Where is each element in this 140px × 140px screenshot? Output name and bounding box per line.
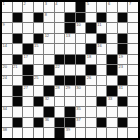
block-cell [34, 34, 44, 44]
grid-cell[interactable] [128, 65, 138, 75]
grid-cell[interactable] [2, 34, 12, 44]
grid-cell[interactable]: 4 [55, 2, 65, 12]
grid-cell[interactable] [34, 2, 44, 12]
clue-number: 36 [45, 118, 49, 122]
grid-cell[interactable] [23, 23, 33, 33]
grid-cell[interactable]: 2 [23, 2, 33, 12]
block-cell [65, 76, 75, 86]
grid-cell[interactable] [97, 65, 107, 75]
clue-number: 2 [24, 2, 26, 6]
grid-cell[interactable] [44, 44, 54, 54]
block-cell [76, 76, 86, 86]
block-cell [23, 44, 33, 54]
crossword-puzzle: 1234567891011121314151617181920212223242… [0, 0, 140, 140]
grid-cell[interactable] [55, 44, 65, 54]
grid-cell[interactable] [97, 107, 107, 117]
grid-cell[interactable] [55, 13, 65, 23]
grid-cell[interactable] [76, 128, 86, 138]
grid-cell[interactable]: 14 [2, 44, 12, 54]
block-cell [23, 76, 33, 86]
grid-cell[interactable] [128, 118, 138, 128]
block-cell [97, 97, 107, 107]
grid-cell[interactable] [107, 107, 117, 117]
block-cell [118, 13, 128, 23]
grid-cell[interactable] [128, 34, 138, 44]
grid-cell[interactable]: 13 [65, 34, 75, 44]
grid-cell[interactable] [34, 128, 44, 138]
grid-cell[interactable] [65, 44, 75, 54]
grid-cell[interactable]: 17 [23, 55, 33, 65]
block-cell [107, 86, 117, 96]
block-cell [97, 34, 107, 44]
grid-cell[interactable]: 5 [86, 2, 96, 12]
block-cell [65, 13, 75, 23]
grid-cell[interactable] [97, 55, 107, 65]
grid-cell[interactable]: 32 [44, 97, 54, 107]
grid-cell[interactable] [76, 97, 86, 107]
block-cell [86, 65, 96, 75]
clue-number: 19 [118, 55, 122, 59]
grid-cell[interactable] [107, 13, 117, 23]
grid-cell[interactable]: 8 [44, 13, 54, 23]
clue-number: 1 [3, 2, 5, 6]
clue-number: 20 [3, 65, 7, 69]
grid-cell[interactable] [34, 55, 44, 65]
block-cell [118, 44, 128, 54]
block-cell [13, 118, 23, 128]
clue-number: 28 [55, 86, 59, 90]
block-cell [76, 13, 86, 23]
grid-cell[interactable] [34, 65, 44, 75]
grid-cell[interactable] [44, 23, 54, 33]
grid-cell[interactable]: 36 [44, 118, 54, 128]
grid-cell[interactable] [2, 97, 12, 107]
grid-cell[interactable] [23, 128, 33, 138]
block-cell [55, 76, 65, 86]
block-cell [13, 55, 23, 65]
grid-cell[interactable] [2, 86, 12, 96]
block-cell [86, 44, 96, 54]
block-cell [55, 128, 65, 138]
grid-cell[interactable]: 27 [23, 86, 33, 96]
clue-number: 14 [3, 44, 7, 48]
block-cell [118, 34, 128, 44]
grid-cell[interactable]: 19 [118, 55, 128, 65]
clue-number: 38 [3, 128, 7, 132]
clue-number: 32 [45, 97, 49, 101]
clue-number: 33 [108, 97, 112, 101]
grid-cell[interactable] [128, 23, 138, 33]
grid-cell[interactable]: 29 [65, 86, 75, 96]
clue-number: 25 [34, 76, 38, 80]
grid-cell[interactable] [107, 76, 117, 86]
grid-cell[interactable]: 30 [76, 86, 86, 96]
clue-number: 16 [97, 44, 101, 48]
grid-cell[interactable]: 24 [2, 76, 12, 86]
grid-cell[interactable]: 22 [55, 65, 65, 75]
block-cell [107, 65, 117, 75]
block-cell [65, 118, 75, 128]
block-cell [34, 118, 44, 128]
grid-cell[interactable]: 26 [86, 76, 96, 86]
grid-cell[interactable] [2, 55, 12, 65]
grid-cell[interactable] [107, 34, 117, 44]
grid-cell[interactable] [76, 65, 86, 75]
grid-cell[interactable] [107, 118, 117, 128]
grid-cell[interactable]: 33 [107, 97, 117, 107]
grid-cell[interactable] [97, 76, 107, 86]
grid-cell[interactable]: 31 [118, 86, 128, 96]
grid-cell[interactable] [44, 55, 54, 65]
grid-cell[interactable] [107, 44, 117, 54]
grid-cell[interactable] [86, 107, 96, 117]
grid-cell[interactable]: 37 [76, 118, 86, 128]
grid-cell[interactable]: 7 [128, 2, 138, 12]
clue-number: 26 [87, 76, 91, 80]
block-cell [34, 13, 44, 23]
grid-cell[interactable] [86, 34, 96, 44]
block-cell [65, 55, 75, 65]
grid-cell[interactable] [97, 86, 107, 96]
block-cell [55, 118, 65, 128]
block-cell [86, 23, 96, 33]
grid-cell[interactable] [76, 44, 86, 54]
grid-cell[interactable]: 16 [97, 44, 107, 54]
grid-cell[interactable]: 11 [97, 23, 107, 33]
grid-cell[interactable] [118, 128, 128, 138]
grid-cell[interactable] [34, 86, 44, 96]
clue-number: 30 [76, 86, 80, 90]
grid-cell[interactable] [128, 97, 138, 107]
clue-number: 21 [13, 65, 17, 69]
grid-cell[interactable]: 25 [34, 76, 44, 86]
grid-cell[interactable] [128, 13, 138, 23]
clue-number: 35 [76, 107, 80, 111]
grid-cell[interactable]: 12 [44, 34, 54, 44]
block-cell [13, 13, 23, 23]
grid-cell[interactable] [13, 44, 23, 54]
grid-cell[interactable]: 23 [118, 65, 128, 75]
grid-cell[interactable] [86, 13, 96, 23]
grid-cell[interactable]: 15 [34, 44, 44, 54]
block-cell [44, 107, 54, 117]
grid-cell[interactable]: 39 [65, 128, 75, 138]
block-cell [13, 86, 23, 96]
clue-number: 4 [55, 2, 57, 6]
grid-cell[interactable]: 20 [2, 65, 12, 75]
block-cell [76, 2, 86, 12]
block-cell [118, 76, 128, 86]
grid-cell[interactable] [23, 34, 33, 44]
grid-cell[interactable] [118, 23, 128, 33]
grid-cell[interactable]: 18 [86, 55, 96, 65]
grid-cell[interactable]: 3 [44, 2, 54, 12]
clue-number: 6 [108, 2, 110, 6]
clue-number: 9 [3, 23, 5, 27]
block-cell [76, 55, 86, 65]
grid-cell[interactable] [23, 97, 33, 107]
clue-number: 5 [87, 2, 89, 6]
clue-number: 11 [97, 23, 101, 27]
block-cell [13, 97, 23, 107]
grid-cell[interactable] [55, 34, 65, 44]
block-cell [107, 55, 117, 65]
grid-cell[interactable] [13, 76, 23, 86]
grid-cell[interactable] [44, 128, 54, 138]
grid-cell[interactable] [86, 128, 96, 138]
clue-number: 18 [87, 55, 91, 59]
grid-cell[interactable] [97, 128, 107, 138]
grid-cell[interactable] [65, 2, 75, 12]
grid-cell[interactable] [86, 97, 96, 107]
grid-cell[interactable] [86, 118, 96, 128]
block-cell [13, 34, 23, 44]
grid-cell[interactable] [107, 128, 117, 138]
grid-cell[interactable] [55, 107, 65, 117]
clue-number: 15 [34, 44, 38, 48]
grid-cell[interactable] [13, 23, 23, 33]
clue-number: 3 [45, 2, 47, 6]
grid-cell[interactable] [13, 2, 23, 12]
grid-cell[interactable] [118, 2, 128, 12]
block-cell [34, 97, 44, 107]
clue-number: 34 [3, 107, 7, 111]
grid-cell[interactable] [2, 118, 12, 128]
clue-number: 24 [3, 76, 7, 80]
grid-cell[interactable] [65, 97, 75, 107]
grid-cell[interactable] [65, 65, 75, 75]
block-cell [55, 55, 65, 65]
grid-cell[interactable] [128, 76, 138, 86]
block-cell [118, 118, 128, 128]
grid-cell[interactable]: 21 [13, 65, 23, 75]
clue-number: 12 [45, 34, 49, 38]
clue-number: 17 [24, 55, 28, 59]
grid-cell[interactable] [86, 86, 96, 96]
grid-cell[interactable]: 34 [2, 107, 12, 117]
grid-cell[interactable] [23, 13, 33, 23]
clue-number: 27 [24, 86, 28, 90]
grid-cell[interactable] [23, 107, 33, 117]
clue-number: 31 [118, 86, 122, 90]
grid-cell[interactable]: 38 [2, 128, 12, 138]
block-cell [65, 23, 75, 33]
clue-number: 29 [66, 86, 70, 90]
grid-cell[interactable]: 10 [76, 23, 86, 33]
clue-number: 8 [45, 13, 47, 17]
block-cell [44, 65, 54, 75]
grid-cell[interactable] [55, 97, 65, 107]
clue-number: 7 [129, 2, 131, 6]
grid-cell[interactable] [118, 107, 128, 117]
grid-cell[interactable]: 9 [2, 23, 12, 33]
grid-cell[interactable] [128, 55, 138, 65]
block-cell [118, 97, 128, 107]
grid-cell[interactable] [55, 23, 65, 33]
grid-cell[interactable] [2, 13, 12, 23]
clue-number: 23 [118, 65, 122, 69]
crossword-grid: 1234567891011121314151617181920212223242… [0, 0, 140, 140]
clue-number: 22 [55, 65, 59, 69]
clue-number: 37 [76, 118, 80, 122]
grid-cell[interactable] [97, 2, 107, 12]
grid-cell[interactable] [34, 107, 44, 117]
block-cell [44, 86, 54, 96]
grid-cell[interactable] [13, 128, 23, 138]
grid-cell[interactable] [34, 23, 44, 33]
block-cell [97, 118, 107, 128]
grid-cell[interactable]: 35 [76, 107, 86, 117]
grid-cell[interactable] [128, 44, 138, 54]
block-cell [23, 65, 33, 75]
grid-cell[interactable] [44, 76, 54, 86]
grid-cell[interactable] [128, 86, 138, 96]
grid-cell[interactable] [76, 34, 86, 44]
block-cell [97, 13, 107, 23]
grid-cell[interactable]: 1 [2, 2, 12, 12]
grid-cell[interactable] [23, 118, 33, 128]
block-cell [65, 107, 75, 117]
clue-number: 13 [66, 34, 70, 38]
grid-cell[interactable] [13, 107, 23, 117]
grid-cell[interactable] [128, 128, 138, 138]
grid-cell[interactable]: 6 [107, 2, 117, 12]
grid-cell[interactable] [128, 107, 138, 117]
clue-number: 10 [76, 23, 80, 27]
grid-cell[interactable]: 28 [55, 86, 65, 96]
clue-number: 39 [66, 128, 70, 132]
grid-cell[interactable] [107, 23, 117, 33]
